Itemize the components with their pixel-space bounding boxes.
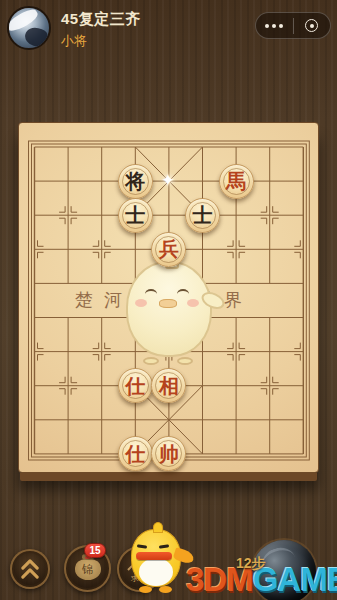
watermark-chick-mascot: [127, 520, 187, 592]
money-bag-icon: 锦: [75, 559, 101, 580]
piece-将[interactable]: 将: [118, 164, 153, 199]
piece-character: 士: [125, 205, 145, 225]
more-dots-icon: [265, 24, 269, 28]
piece-仕[interactable]: 仕: [118, 436, 153, 471]
app-screen: 45复定三齐 小将 楚河 漢界 将馬士士兵仕相仕帅✦: [0, 0, 337, 600]
more-menu-button[interactable]: [256, 13, 293, 38]
puzzle-title: 45复定三齐: [61, 10, 141, 29]
hint-count-badge: 15: [84, 543, 106, 558]
more-dots-icon: [272, 24, 276, 28]
double-chevron-up-icon: [12, 549, 48, 589]
bag-character: 锦: [82, 562, 93, 577]
piece-character: 兵: [159, 239, 179, 259]
piece-character: 士: [193, 205, 213, 225]
piece-character: 将: [125, 171, 145, 191]
target-circle-icon: [305, 19, 318, 32]
piece-兵[interactable]: 兵: [151, 232, 186, 267]
xiangqi-board[interactable]: 楚河 漢界 将馬士士兵仕相仕帅✦: [18, 122, 319, 473]
piece-character: 仕: [125, 444, 145, 464]
piece-character: 帅: [159, 444, 179, 464]
piece-character: 馬: [226, 171, 246, 191]
close-circle-button[interactable]: [294, 13, 331, 38]
piece-士[interactable]: 士: [185, 198, 220, 233]
piece-character: 仕: [125, 376, 145, 396]
piece-馬[interactable]: 馬: [219, 164, 254, 199]
more-dots-icon: [279, 24, 283, 28]
sparkle-icon: ✦: [161, 172, 175, 189]
piece-character: 相: [159, 376, 179, 396]
step-counter: 12步: [236, 555, 266, 573]
piece-士[interactable]: 士: [118, 198, 153, 233]
collapse-toolbar-button[interactable]: [10, 549, 50, 589]
miniprogram-capsule: [255, 12, 331, 39]
piece-仕[interactable]: 仕: [118, 368, 153, 403]
player-avatar[interactable]: [7, 6, 51, 50]
player-rank-label: 小将: [61, 32, 87, 50]
hint-bag-button[interactable]: 锦 15: [64, 545, 111, 592]
